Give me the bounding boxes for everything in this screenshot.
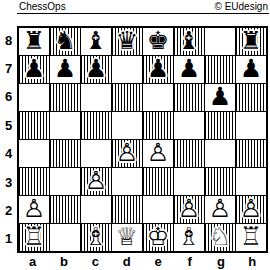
piece-halo: ♟ (205, 196, 235, 222)
piece-halo: ♟ (205, 84, 235, 110)
piece-halo: ♟ (81, 56, 111, 82)
square-f3 (174, 168, 204, 195)
file-label-a: a (17, 252, 48, 269)
square-h8: ♜♜ (236, 28, 266, 55)
piece-halo: ♜ (236, 28, 266, 54)
app-title: ChessOps (17, 1, 66, 13)
rank-label-3: 3 (0, 168, 17, 196)
square-f6 (174, 84, 204, 111)
square-a6 (19, 84, 49, 111)
square-d5 (112, 112, 142, 139)
piece-halo: ♟ (143, 56, 173, 82)
piece-white-bishop-c1: ♗ (81, 224, 111, 250)
piece-halo: ♟ (143, 140, 173, 166)
square-g2: ♟♙ (205, 196, 235, 223)
square-e3 (143, 168, 173, 195)
piece-black-pawn-g6: ♟ (205, 84, 235, 110)
square-d6 (112, 84, 142, 111)
square-d8: ♛♛ (112, 28, 142, 55)
piece-black-pawn-b7: ♟ (50, 56, 80, 82)
square-c2 (81, 196, 111, 223)
rank-label-6: 6 (0, 83, 17, 111)
square-g5 (205, 112, 235, 139)
piece-white-rook-a1: ♖ (19, 224, 49, 250)
square-e8: ♚♚ (143, 28, 173, 55)
piece-halo: ♟ (112, 140, 142, 166)
square-c8: ♝♝ (81, 28, 111, 55)
piece-halo: ♝ (174, 28, 204, 54)
square-f8: ♝♝ (174, 28, 204, 55)
piece-halo: ♜ (19, 28, 49, 54)
piece-white-pawn-h2: ♙ (236, 196, 266, 222)
chessops-diagram: ChessOps © EUdesign 87654321 ♜♜♞♞♝♝♛♛♚♚♝… (0, 0, 270, 270)
piece-black-pawn-c7: ♟ (81, 56, 111, 82)
square-c3: ♟♙ (81, 168, 111, 195)
square-c4 (81, 140, 111, 167)
square-a5 (19, 112, 49, 139)
piece-black-rook-a8: ♜ (19, 28, 49, 54)
piece-black-pawn-e7: ♟ (143, 56, 173, 82)
square-g3 (205, 168, 235, 195)
piece-white-pawn-a2: ♙ (19, 196, 49, 222)
square-f1: ♝♗ (174, 224, 204, 251)
square-f7: ♟♟ (174, 56, 204, 83)
square-a8: ♜♜ (19, 28, 49, 55)
rank-labels: 87654321 (0, 26, 17, 253)
piece-halo: ♟ (19, 196, 49, 222)
square-h3 (236, 168, 266, 195)
square-a4 (19, 140, 49, 167)
piece-white-rook-h1: ♖ (236, 224, 266, 250)
file-label-d: d (111, 252, 142, 269)
piece-halo: ♛ (112, 224, 142, 250)
piece-halo: ♟ (19, 56, 49, 82)
square-e7: ♟♟ (143, 56, 173, 83)
piece-white-pawn-g2: ♙ (205, 196, 235, 222)
square-b3 (50, 168, 80, 195)
piece-black-rook-h8: ♜ (236, 28, 266, 54)
piece-black-pawn-a7: ♟ (19, 56, 49, 82)
square-f5 (174, 112, 204, 139)
piece-white-knight-g1: ♘ (205, 224, 235, 250)
square-b2 (50, 196, 80, 223)
piece-halo: ♞ (50, 28, 80, 54)
square-a7: ♟♟ (19, 56, 49, 83)
square-b7: ♟♟ (50, 56, 80, 83)
copyright-text: © EUdesign (214, 1, 269, 13)
piece-halo: ♚ (143, 224, 173, 250)
file-label-f: f (174, 252, 205, 269)
piece-halo: ♟ (81, 168, 111, 194)
square-c6 (81, 84, 111, 111)
piece-halo: ♝ (81, 224, 111, 250)
square-h4 (236, 140, 266, 167)
piece-halo: ♛ (112, 28, 142, 54)
piece-halo: ♟ (174, 196, 204, 222)
file-label-g: g (205, 252, 236, 269)
piece-halo: ♚ (143, 28, 173, 54)
square-e1: ♚♔ (143, 224, 173, 251)
square-h7: ♟♟ (236, 56, 266, 83)
file-label-c: c (80, 252, 111, 269)
piece-halo: ♜ (236, 224, 266, 250)
piece-white-pawn-d4: ♙ (112, 140, 142, 166)
square-g7 (205, 56, 235, 83)
piece-halo: ♝ (174, 224, 204, 250)
file-label-h: h (237, 252, 268, 269)
square-a2: ♟♙ (19, 196, 49, 223)
square-b6 (50, 84, 80, 111)
piece-halo: ♟ (236, 56, 266, 82)
piece-halo: ♟ (50, 56, 80, 82)
piece-halo: ♞ (205, 224, 235, 250)
piece-white-king-e1: ♔ (143, 224, 173, 250)
header: ChessOps © EUdesign (17, 0, 269, 14)
piece-black-bishop-f8: ♝ (174, 28, 204, 54)
piece-white-queen-d1: ♕ (112, 224, 142, 250)
piece-black-pawn-f7: ♟ (174, 56, 204, 82)
square-c7: ♟♟ (81, 56, 111, 83)
chess-board: ♜♜♞♞♝♝♛♛♚♚♝♝♜♜♟♟♟♟♟♟♟♟♟♟♟♟♟♟♟♙♟♙♟♙♟♙♟♙♟♙… (17, 26, 268, 253)
square-d4: ♟♙ (112, 140, 142, 167)
square-f2: ♟♙ (174, 196, 204, 223)
piece-halo: ♜ (19, 224, 49, 250)
square-a1: ♜♖ (19, 224, 49, 251)
piece-white-pawn-c3: ♙ (81, 168, 111, 194)
square-a3 (19, 168, 49, 195)
square-d2 (112, 196, 142, 223)
square-b1 (50, 224, 80, 251)
square-e2 (143, 196, 173, 223)
file-label-b: b (48, 252, 79, 269)
piece-black-pawn-h7: ♟ (236, 56, 266, 82)
file-label-e: e (143, 252, 174, 269)
square-h6 (236, 84, 266, 111)
file-labels: abcdefgh (17, 252, 268, 269)
square-b8: ♞♞ (50, 28, 80, 55)
rank-label-8: 8 (0, 26, 17, 54)
square-d1: ♛♕ (112, 224, 142, 251)
square-e5 (143, 112, 173, 139)
square-h5 (236, 112, 266, 139)
rank-label-4: 4 (0, 140, 17, 168)
piece-white-bishop-f1: ♗ (174, 224, 204, 250)
square-g8 (205, 28, 235, 55)
rank-label-7: 7 (0, 54, 17, 82)
rank-label-2: 2 (0, 196, 17, 224)
square-g4 (205, 140, 235, 167)
piece-black-knight-b8: ♞ (50, 28, 80, 54)
square-b4 (50, 140, 80, 167)
square-h2: ♟♙ (236, 196, 266, 223)
piece-white-pawn-e4: ♙ (143, 140, 173, 166)
square-d7 (112, 56, 142, 83)
square-e6 (143, 84, 173, 111)
square-b5 (50, 112, 80, 139)
piece-black-king-e8: ♚ (143, 28, 173, 54)
rank-label-5: 5 (0, 111, 17, 139)
square-d3 (112, 168, 142, 195)
piece-black-queen-d8: ♛ (112, 28, 142, 54)
square-e4: ♟♙ (143, 140, 173, 167)
square-h1: ♜♖ (236, 224, 266, 251)
piece-halo: ♟ (236, 196, 266, 222)
piece-halo: ♟ (174, 56, 204, 82)
piece-white-pawn-f2: ♙ (174, 196, 204, 222)
piece-halo: ♝ (81, 28, 111, 54)
square-f4 (174, 140, 204, 167)
piece-black-bishop-c8: ♝ (81, 28, 111, 54)
rank-label-1: 1 (0, 225, 17, 253)
square-g1: ♞♘ (205, 224, 235, 251)
square-g6: ♟♟ (205, 84, 235, 111)
square-c5 (81, 112, 111, 139)
square-c1: ♝♗ (81, 224, 111, 251)
